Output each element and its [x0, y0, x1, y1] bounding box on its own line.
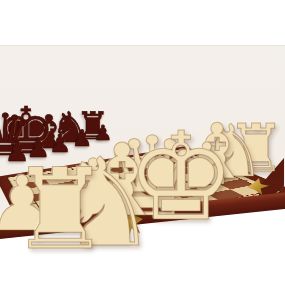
chess-piece-black-q-d8: ♛ — [0, 106, 34, 164]
rank-label-2: 2 — [242, 180, 251, 183]
rank-label-8: 8 — [181, 153, 188, 155]
chess-piece-black-k-e8: ♚ — [0, 99, 58, 163]
rank-label-5: 5 — [208, 165, 216, 167]
rank-label-7: 7 — [189, 156, 196, 158]
rank-label-6: 6 — [198, 160, 205, 162]
chess-set-photo: abcdefgh 87654321 ♟♜♟♞♝♛♚♟♝♞♜♛♟♚♟♝♟♞♟♜♟ — [0, 0, 285, 285]
chess-piece-black-p-g7: ♟ — [71, 127, 94, 150]
chess-piece-black-p-e7: ♟ — [25, 134, 52, 161]
rank-label-4: 4 — [219, 169, 227, 171]
chess-piece-black-p-d7: ♟ — [3, 138, 31, 166]
chess-piece-black-n-g8: ♞ — [49, 107, 91, 149]
chess-piece-black-p-f7: ♟ — [48, 131, 73, 156]
studio-backdrop — [0, 0, 285, 46]
chess-piece-black-p-h7: ♟ — [93, 123, 114, 144]
chess-piece-black-b-f8: ♝ — [26, 109, 72, 155]
chess-piece-black-r-h8: ♜ — [74, 107, 112, 145]
rank-label-3: 3 — [230, 174, 238, 177]
